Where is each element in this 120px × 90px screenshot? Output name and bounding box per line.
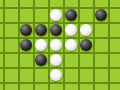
stone-black[interactable] <box>35 24 47 36</box>
stone-black[interactable] <box>80 39 92 51</box>
stone-black[interactable] <box>95 9 107 21</box>
stone-white[interactable] <box>50 69 62 81</box>
stone-white[interactable] <box>50 9 62 21</box>
stone-black[interactable] <box>20 39 32 51</box>
stone-white[interactable] <box>65 24 77 36</box>
stone-black[interactable] <box>20 24 32 36</box>
stone-white[interactable] <box>65 39 77 51</box>
stone-black[interactable] <box>65 9 77 21</box>
stone-white[interactable] <box>50 39 62 51</box>
stone-white[interactable] <box>35 39 47 51</box>
stone-black[interactable] <box>35 54 47 66</box>
game-board[interactable] <box>0 0 120 90</box>
stone-white[interactable] <box>80 24 92 36</box>
stone-white[interactable] <box>50 54 62 66</box>
stone-black[interactable] <box>50 24 62 36</box>
